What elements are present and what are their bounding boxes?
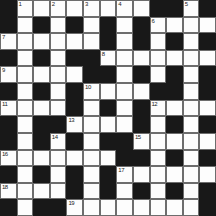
clue-number: 5 [185, 1, 188, 7]
cell-r3c11[interactable] [183, 50, 200, 67]
cell-r1c11[interactable] [183, 17, 200, 34]
black-cell-r5c2 [33, 83, 50, 100]
black-cell-r11c4 [66, 183, 83, 200]
clue-number: 17 [118, 167, 124, 173]
crossword-grid: 12345678910111213141516171819 [0, 0, 216, 216]
clue-number: 13 [68, 117, 74, 123]
cell-r10c1[interactable] [17, 166, 34, 183]
cell-r10c8[interactable] [133, 166, 150, 183]
black-cell-r2c8 [133, 33, 150, 50]
clue-number: 16 [2, 151, 8, 157]
black-cell-r5c9 [150, 83, 167, 100]
cell-r0c3[interactable]: 2 [50, 0, 67, 17]
cell-r2c3[interactable] [50, 33, 67, 50]
cell-r11c5[interactable] [83, 183, 100, 200]
cell-r3c3[interactable] [50, 50, 67, 67]
black-cell-r8c6 [100, 133, 117, 150]
cell-r4c2[interactable] [33, 66, 50, 83]
clue-number: 18 [2, 184, 8, 190]
black-cell-r12c0 [0, 199, 17, 216]
cell-r8c12[interactable] [199, 133, 216, 150]
black-cell-r11c6 [100, 183, 117, 200]
cell-r2c0[interactable]: 7 [0, 33, 17, 50]
cell-r6c2[interactable] [33, 100, 50, 117]
black-cell-r0c9 [150, 0, 167, 17]
cell-r11c1[interactable] [17, 183, 34, 200]
cell-r12c11[interactable] [183, 199, 200, 216]
black-cell-r1c6 [100, 17, 117, 34]
clue-number: 1 [19, 1, 22, 7]
black-cell-r4c5 [83, 66, 100, 83]
cell-r4c9[interactable] [150, 66, 167, 83]
cell-r6c5[interactable] [83, 100, 100, 117]
cell-r5c6[interactable] [100, 83, 117, 100]
cell-r4c3[interactable] [50, 66, 67, 83]
cell-r7c7[interactable] [116, 116, 133, 133]
black-cell-r5c4 [66, 83, 83, 100]
cell-r5c3[interactable] [50, 83, 67, 100]
cell-r10c5[interactable] [83, 166, 100, 183]
cell-r8c9[interactable] [150, 133, 167, 150]
black-cell-r0c0 [0, 0, 17, 17]
cell-r3c6[interactable]: 8 [100, 50, 117, 67]
cell-r9c0[interactable]: 16 [0, 150, 17, 167]
black-cell-r9c7 [116, 150, 133, 167]
cell-r8c5[interactable] [83, 133, 100, 150]
black-cell-r10c2 [33, 166, 50, 183]
cell-r0c7[interactable]: 4 [116, 0, 133, 17]
cell-r2c11[interactable] [183, 33, 200, 50]
cell-r0c8[interactable] [133, 0, 150, 17]
cell-r1c5[interactable] [83, 17, 100, 34]
cell-r0c11[interactable]: 5 [183, 0, 200, 17]
cell-r5c11[interactable] [183, 83, 200, 100]
black-cell-r4c6 [100, 66, 117, 83]
black-cell-r1c8 [133, 17, 150, 34]
cell-r12c1[interactable] [17, 199, 34, 216]
cell-r7c4[interactable]: 13 [66, 116, 83, 133]
clue-number: 14 [52, 134, 58, 140]
cell-r3c9[interactable] [150, 50, 167, 67]
cell-r1c7[interactable] [116, 17, 133, 34]
cell-r6c3[interactable] [50, 100, 67, 117]
cell-r1c1[interactable] [17, 17, 34, 34]
cell-r5c1[interactable] [17, 83, 34, 100]
black-cell-r8c2 [33, 133, 50, 150]
clue-number: 10 [85, 84, 91, 90]
black-cell-r12c3 [50, 199, 67, 216]
cell-r3c10[interactable] [166, 50, 183, 67]
black-cell-r4c8 [133, 66, 150, 83]
black-cell-r9c8 [133, 150, 150, 167]
cell-r2c7[interactable] [116, 33, 133, 50]
black-cell-r1c0 [0, 17, 17, 34]
cell-r2c1[interactable] [17, 33, 34, 50]
cell-r9c9[interactable] [150, 150, 167, 167]
cell-r9c11[interactable] [183, 150, 200, 167]
cell-r9c2[interactable] [33, 150, 50, 167]
cell-r9c3[interactable] [50, 150, 67, 167]
cell-r1c9[interactable]: 6 [150, 17, 167, 34]
black-cell-r1c4 [66, 17, 83, 34]
clue-number: 11 [2, 101, 7, 107]
cell-r8c3[interactable]: 14 [50, 133, 67, 150]
cell-r9c6[interactable] [100, 150, 117, 167]
black-cell-r8c4 [66, 133, 83, 150]
cell-r6c0[interactable]: 11 [0, 100, 17, 117]
black-cell-r9c10 [166, 150, 183, 167]
cell-r5c7[interactable] [116, 83, 133, 100]
cell-r3c1[interactable] [17, 50, 34, 67]
cell-r0c6[interactable] [100, 0, 117, 17]
cell-r0c1[interactable]: 1 [17, 0, 34, 17]
cell-r6c12[interactable] [199, 100, 216, 117]
cell-r7c6[interactable] [100, 116, 117, 133]
black-cell-r10c0 [0, 166, 17, 183]
black-cell-r6c4 [66, 100, 83, 117]
black-cell-r7c0 [0, 116, 17, 133]
clue-number: 6 [152, 18, 155, 24]
cell-r8c10[interactable] [166, 133, 183, 150]
black-cell-r3c2 [33, 50, 50, 67]
black-cell-r4c12 [199, 66, 216, 83]
cell-r7c5[interactable] [83, 116, 100, 133]
cell-r4c11[interactable] [183, 66, 200, 83]
cell-r10c3[interactable] [50, 166, 67, 183]
black-cell-r6c8 [133, 100, 150, 117]
cell-r11c2[interactable] [33, 183, 50, 200]
cell-r7c9[interactable] [150, 116, 167, 133]
black-cell-r0c10 [166, 0, 183, 17]
clue-number: 2 [52, 1, 55, 7]
cell-r3c12[interactable] [199, 50, 216, 67]
cell-r9c1[interactable] [17, 150, 34, 167]
cell-r10c9[interactable] [150, 166, 167, 183]
cell-r1c10[interactable] [166, 17, 183, 34]
black-cell-r7c2 [33, 116, 50, 133]
black-cell-r7c3 [50, 116, 67, 133]
clue-number: 7 [2, 34, 5, 40]
clue-number: 19 [68, 200, 74, 206]
cell-r8c1[interactable] [17, 133, 34, 150]
black-cell-r12c12 [199, 199, 216, 216]
cell-r2c9[interactable] [150, 33, 167, 50]
black-cell-r2c6 [100, 33, 117, 50]
cell-r4c4[interactable] [66, 66, 83, 83]
cell-r11c11[interactable] [183, 183, 200, 200]
cell-r12c5[interactable] [83, 199, 100, 216]
cell-r10c11[interactable] [183, 166, 200, 183]
black-cell-r1c2 [33, 17, 50, 34]
cell-r12c7[interactable] [116, 199, 133, 216]
cell-r10c12[interactable] [199, 166, 216, 183]
cell-r12c6[interactable] [100, 199, 117, 216]
cell-r1c3[interactable] [50, 17, 67, 34]
cell-r10c7[interactable]: 17 [116, 166, 133, 183]
cell-r6c11[interactable] [183, 100, 200, 117]
cell-r0c4[interactable] [66, 0, 83, 17]
cell-r6c7[interactable] [116, 100, 133, 117]
clue-number: 15 [135, 134, 141, 140]
cell-r8c11[interactable] [183, 133, 200, 150]
black-cell-r2c10 [166, 33, 183, 50]
black-cell-r8c0 [0, 133, 17, 150]
cell-r9c5[interactable] [83, 150, 100, 167]
black-cell-r11c12 [199, 183, 216, 200]
cell-r1c12[interactable] [199, 17, 216, 34]
cell-r0c5[interactable]: 3 [83, 0, 100, 17]
cell-r4c0[interactable]: 9 [0, 66, 17, 83]
cell-r2c4[interactable] [66, 33, 83, 50]
cell-r12c8[interactable] [133, 199, 150, 216]
black-cell-r5c0 [0, 83, 17, 100]
black-cell-r10c6 [100, 166, 117, 183]
cell-r12c10[interactable] [166, 199, 183, 216]
black-cell-r0c12 [199, 0, 216, 17]
black-cell-r4c10 [166, 66, 183, 83]
clue-number: 8 [102, 51, 105, 57]
cell-r11c0[interactable]: 18 [0, 183, 17, 200]
cell-r2c5[interactable] [83, 33, 100, 50]
black-cell-r3c0 [0, 50, 17, 67]
cell-r2c2[interactable] [33, 33, 50, 50]
black-cell-r12c2 [33, 199, 50, 216]
black-cell-r11c10 [166, 183, 183, 200]
black-cell-r3c5 [83, 50, 100, 67]
cell-r7c1[interactable] [17, 116, 34, 133]
black-cell-r8c7 [116, 133, 133, 150]
clue-number: 4 [118, 1, 121, 7]
cell-r10c10[interactable] [166, 166, 183, 183]
cell-r4c1[interactable] [17, 66, 34, 83]
cell-r6c9[interactable]: 12 [150, 100, 167, 117]
black-cell-r3c4 [66, 50, 83, 67]
cell-r6c10[interactable] [166, 100, 183, 117]
cell-r5c5[interactable]: 10 [83, 83, 100, 100]
cell-r12c9[interactable] [150, 199, 167, 216]
cell-r7c11[interactable] [183, 116, 200, 133]
cell-r6c1[interactable] [17, 100, 34, 117]
black-cell-r6c6 [100, 100, 117, 117]
cell-r12c4[interactable]: 19 [66, 199, 83, 216]
black-cell-r7c12 [199, 116, 216, 133]
cell-r0c2[interactable] [33, 0, 50, 17]
cell-r4c7[interactable] [116, 66, 133, 83]
cell-r11c3[interactable] [50, 183, 67, 200]
black-cell-r9c12 [199, 150, 216, 167]
cell-r9c4[interactable] [66, 150, 83, 167]
cell-r3c7[interactable] [116, 50, 133, 67]
cell-r8c8[interactable]: 15 [133, 133, 150, 150]
black-cell-r10c4 [66, 166, 83, 183]
cell-r5c8[interactable] [133, 83, 150, 100]
black-cell-r7c10 [166, 116, 183, 133]
clue-number: 9 [2, 67, 5, 73]
clue-number: 3 [85, 1, 88, 7]
black-cell-r11c8 [133, 183, 150, 200]
black-cell-r2c12 [199, 33, 216, 50]
cell-r11c9[interactable] [150, 183, 167, 200]
black-cell-r7c8 [133, 116, 150, 133]
black-cell-r5c10 [166, 83, 183, 100]
cell-r3c8[interactable] [133, 50, 150, 67]
cell-r11c7[interactable] [116, 183, 133, 200]
black-cell-r5c12 [199, 83, 216, 100]
clue-number: 12 [152, 101, 158, 107]
